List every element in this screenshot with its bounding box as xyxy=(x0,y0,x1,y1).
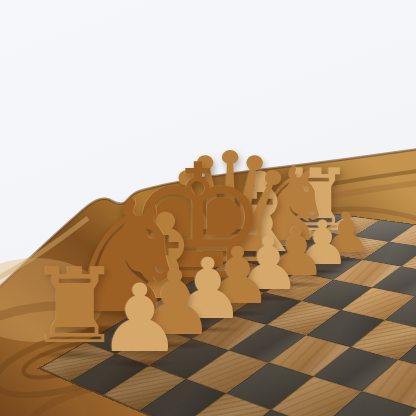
white-pawn-h2[interactable]: ♟ xyxy=(93,270,187,368)
photo-stage: ♜ ♞ ♝ ♚ ♛ ♝ ♞ ♜ ♟ ♟ ♟ ♟ ♟ ♟ ♟ ♟ xyxy=(0,0,416,416)
